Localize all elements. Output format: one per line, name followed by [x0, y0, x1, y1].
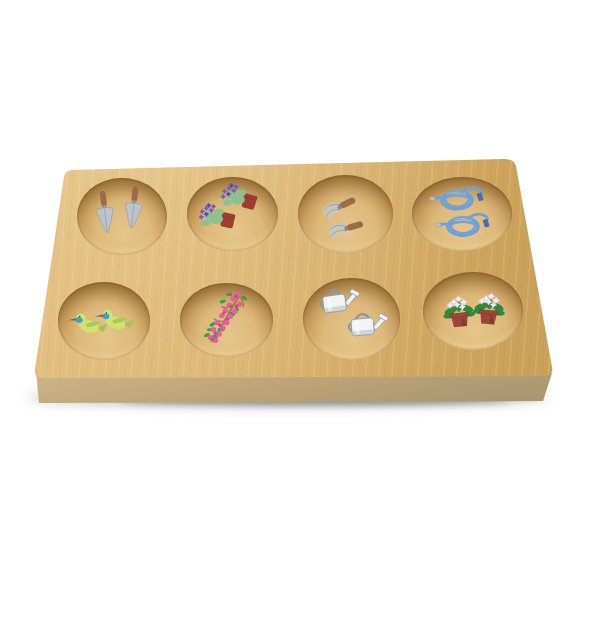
pit-b1-hummingbirds[interactable] [58, 282, 150, 360]
rake-piece-1[interactable] [323, 196, 356, 221]
hose-piece-1[interactable] [430, 188, 484, 210]
tray-photo [0, 0, 600, 617]
watering-can-piece-2[interactable] [348, 312, 390, 336]
trowel-piece-1[interactable] [94, 190, 116, 234]
rake-piece-2[interactable] [328, 215, 365, 245]
pit-a3-hand-rakes[interactable] [298, 175, 393, 253]
watering-can-piece-1[interactable] [319, 287, 362, 313]
violet-pot-piece-2[interactable] [196, 199, 237, 233]
pit-a1-garden-trowels[interactable] [77, 178, 167, 255]
pit-a4-coiled-hoses[interactable] [412, 177, 512, 251]
white-pot-piece-1[interactable] [441, 294, 477, 328]
pink-spray-piece[interactable] [203, 291, 247, 343]
pit-b4-potted-white-flowers[interactable] [423, 272, 523, 350]
hose-piece-2[interactable] [436, 214, 490, 236]
pit-b3-watering-cans[interactable] [303, 278, 400, 360]
trowel-piece-2[interactable] [123, 185, 144, 229]
pit-b2-pink-flower-spray[interactable] [180, 283, 273, 357]
pit-a2-potted-violet-flowers[interactable] [187, 177, 278, 251]
white-pot-piece-2[interactable] [472, 291, 507, 325]
violet-pot-piece-1[interactable] [219, 181, 258, 212]
